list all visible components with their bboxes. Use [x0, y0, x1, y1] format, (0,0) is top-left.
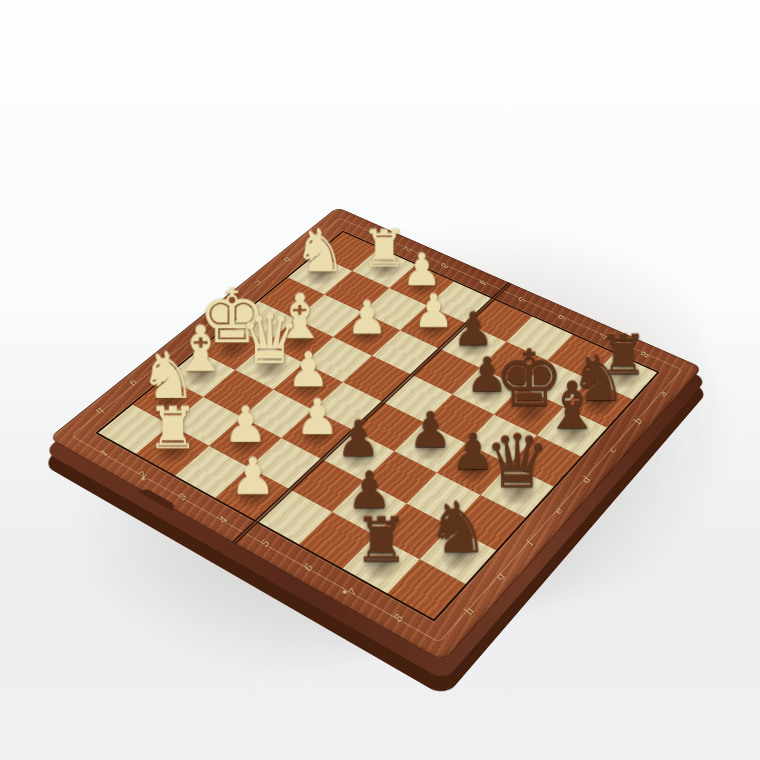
white-pawn-icon: ♟	[230, 450, 276, 501]
black-bishop-icon: ♝	[543, 373, 601, 438]
perspective-scene: hhggffeeddccbbaa1122334455667788 ♞♝♚♞♜♛♝…	[0, 0, 760, 760]
white-pawn-icon: ♟	[295, 392, 339, 441]
black-rook-icon: ♜	[354, 510, 409, 572]
black-pawn-icon: ♟	[336, 413, 380, 463]
product-photo-stage: hhggffeeddccbbaa1122334455667788 ♞♝♚♞♜♛♝…	[0, 0, 760, 760]
black-pawn-icon: ♟	[408, 405, 452, 454]
rim-screw-icon	[342, 589, 350, 595]
board-slab: hhggffeeddccbbaa1122334455667788 ♞♝♚♞♜♛♝…	[49, 207, 703, 662]
white-pawn-icon: ♟	[223, 400, 267, 449]
rim-screw-icon	[140, 476, 147, 481]
white-rook-icon: ♜	[147, 399, 199, 457]
black-queen-icon: ♛	[484, 424, 550, 498]
black-knight-icon: ♞	[427, 492, 490, 562]
